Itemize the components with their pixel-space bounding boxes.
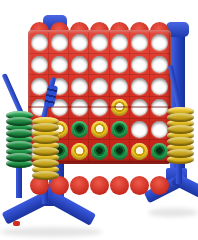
- board-cell[interactable]: [29, 32, 49, 54]
- board-cell[interactable]: [130, 75, 150, 97]
- empty-hole: [91, 78, 108, 95]
- green-disc: [91, 143, 108, 160]
- holder-ring: [32, 123, 59, 132]
- holder-ring: [32, 171, 59, 180]
- board-edge-bump: [150, 176, 169, 195]
- empty-hole: [91, 56, 108, 73]
- holder-ring: [6, 141, 33, 150]
- yellow-ring-holder-stack-right: [167, 107, 194, 164]
- green-disc: [111, 143, 128, 160]
- board-cell[interactable]: [89, 140, 109, 162]
- empty-hole: [51, 34, 68, 51]
- connect-four-product-photo: [0, 0, 198, 240]
- board-cell[interactable]: [110, 119, 130, 141]
- empty-hole: [31, 78, 48, 95]
- holder-ring: [6, 153, 33, 162]
- yellow-disc: [91, 121, 108, 138]
- empty-hole: [31, 56, 48, 73]
- holder-ring: [6, 129, 33, 138]
- empty-hole: [111, 56, 128, 73]
- board-cell[interactable]: [150, 32, 170, 54]
- board-edge-bump: [70, 176, 89, 195]
- board-cell[interactable]: [150, 75, 170, 97]
- board-cell[interactable]: [49, 54, 69, 76]
- green-disc: [151, 143, 168, 160]
- board-cell[interactable]: [89, 32, 109, 54]
- board-edge-bump: [90, 176, 109, 195]
- green-disc: [111, 121, 128, 138]
- empty-hole: [31, 34, 48, 51]
- yellow-disc: [131, 143, 148, 160]
- empty-hole: [131, 78, 148, 95]
- board-edge-bump: [130, 176, 149, 195]
- board-cell[interactable]: [130, 54, 150, 76]
- ground-shadow-left: [0, 227, 102, 237]
- holder-ring: [167, 149, 194, 158]
- board-cell[interactable]: [110, 75, 130, 97]
- holder-ring: [6, 117, 33, 126]
- empty-hole: [111, 78, 128, 95]
- green-disc: [71, 121, 88, 138]
- empty-hole: [151, 121, 168, 138]
- green-ring-holder-stack: [6, 111, 33, 168]
- left-foot-back-leg: [48, 191, 96, 226]
- brand-logo-dot: [13, 221, 20, 226]
- board-cell[interactable]: [130, 119, 150, 141]
- ground-shadow-right: [148, 208, 198, 217]
- empty-hole: [151, 34, 168, 51]
- empty-hole: [51, 56, 68, 73]
- board-cell[interactable]: [49, 32, 69, 54]
- board-cell[interactable]: [69, 54, 89, 76]
- board-cell[interactable]: [29, 54, 49, 76]
- empty-hole: [131, 56, 148, 73]
- holder-ring: [167, 113, 194, 122]
- board-cell[interactable]: [130, 140, 150, 162]
- board-cell[interactable]: [130, 32, 150, 54]
- empty-hole: [131, 121, 148, 138]
- board-cell[interactable]: [69, 32, 89, 54]
- holder-ring: [32, 147, 59, 156]
- board-cell[interactable]: [110, 140, 130, 162]
- board-cell[interactable]: [69, 140, 89, 162]
- board-cell[interactable]: [89, 54, 109, 76]
- yellow-ring-holder-stack-left: [32, 117, 59, 180]
- holder-ring: [32, 159, 59, 168]
- empty-hole: [151, 78, 168, 95]
- empty-hole: [71, 78, 88, 95]
- empty-hole: [71, 34, 88, 51]
- holder-ring: [167, 137, 194, 146]
- board-cell[interactable]: [150, 54, 170, 76]
- empty-hole: [111, 34, 128, 51]
- empty-hole: [131, 34, 148, 51]
- yellow-disc: [71, 143, 88, 160]
- board-edge-bump: [110, 176, 129, 195]
- holder-ring: [32, 135, 59, 144]
- board-cell[interactable]: [89, 75, 109, 97]
- empty-hole: [91, 34, 108, 51]
- board-cell[interactable]: [69, 119, 89, 141]
- board-cell[interactable]: [110, 54, 130, 76]
- board-cell[interactable]: [69, 75, 89, 97]
- board-cell[interactable]: [89, 119, 109, 141]
- holder-ring: [167, 125, 194, 134]
- board-cell[interactable]: [110, 32, 130, 54]
- empty-hole: [71, 56, 88, 73]
- empty-hole: [151, 56, 168, 73]
